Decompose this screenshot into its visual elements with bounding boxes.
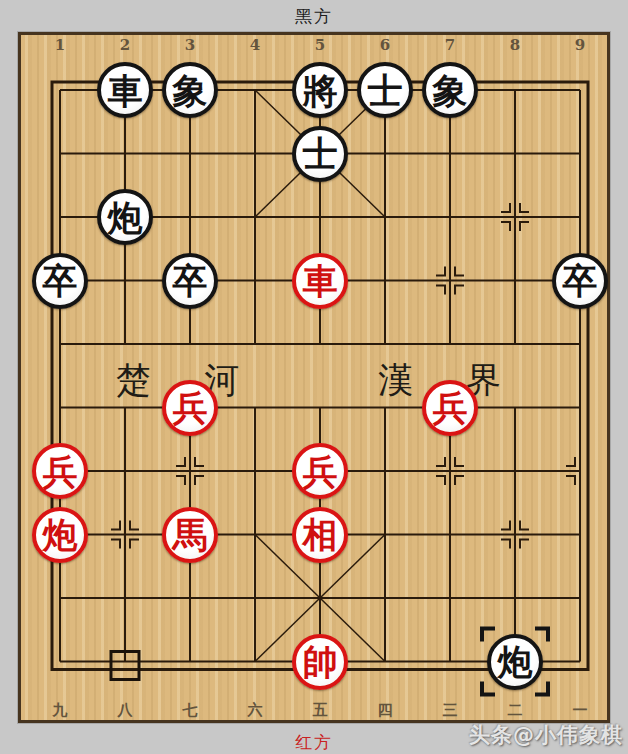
piece-black-士[interactable]: 士 [292, 126, 348, 182]
file-label-top-4: 4 [235, 36, 275, 54]
piece-red-炮[interactable]: 炮 [32, 507, 88, 563]
file-label-bottom-三: 三 [430, 701, 470, 720]
piece-red-相[interactable]: 相 [292, 507, 348, 563]
file-label-bottom-七: 七 [170, 701, 210, 720]
piece-black-炮[interactable]: 炮 [487, 634, 543, 690]
file-label-bottom-五: 五 [300, 701, 340, 720]
piece-black-車[interactable]: 車 [97, 62, 153, 118]
file-label-top-6: 6 [365, 36, 405, 54]
piece-black-象[interactable]: 象 [162, 62, 218, 118]
piece-red-兵[interactable]: 兵 [422, 380, 478, 436]
file-label-top-1: 1 [40, 36, 80, 54]
file-label-bottom-一: 一 [560, 701, 600, 720]
file-label-bottom-四: 四 [365, 701, 405, 720]
file-label-bottom-六: 六 [235, 701, 275, 720]
piece-black-將[interactable]: 將 [292, 62, 348, 118]
file-label-bottom-八: 八 [105, 701, 145, 720]
piece-red-馬[interactable]: 馬 [162, 507, 218, 563]
file-label-top-9: 9 [560, 36, 600, 54]
file-label-bottom-九: 九 [40, 701, 80, 720]
file-label-top-2: 2 [105, 36, 145, 54]
file-label-top-5: 5 [300, 36, 340, 54]
piece-black-卒[interactable]: 卒 [552, 253, 608, 309]
piece-black-卒[interactable]: 卒 [32, 253, 88, 309]
piece-red-兵[interactable]: 兵 [162, 380, 218, 436]
screenshot-root: 黑方 123456789 九八七六五四三二一 楚 河 漢 界 車象將士象士炮卒卒… [0, 0, 628, 754]
file-label-bottom-二: 二 [495, 701, 535, 720]
piece-red-車[interactable]: 車 [292, 253, 348, 309]
piece-red-兵[interactable]: 兵 [292, 443, 348, 499]
piece-red-帥[interactable]: 帥 [292, 634, 348, 690]
piece-black-炮[interactable]: 炮 [97, 189, 153, 245]
black-side-label: 黑方 [0, 5, 628, 28]
file-label-top-3: 3 [170, 36, 210, 54]
piece-black-卒[interactable]: 卒 [162, 253, 218, 309]
piece-black-士[interactable]: 士 [357, 62, 413, 118]
xiangqi-board[interactable]: 123456789 九八七六五四三二一 楚 河 漢 界 車象將士象士炮卒卒車卒兵… [18, 32, 610, 723]
piece-red-兵[interactable]: 兵 [32, 443, 88, 499]
watermark: 头条@小伟象棋 [469, 721, 623, 749]
file-label-top-7: 7 [430, 36, 470, 54]
piece-black-象[interactable]: 象 [422, 62, 478, 118]
file-label-top-8: 8 [495, 36, 535, 54]
